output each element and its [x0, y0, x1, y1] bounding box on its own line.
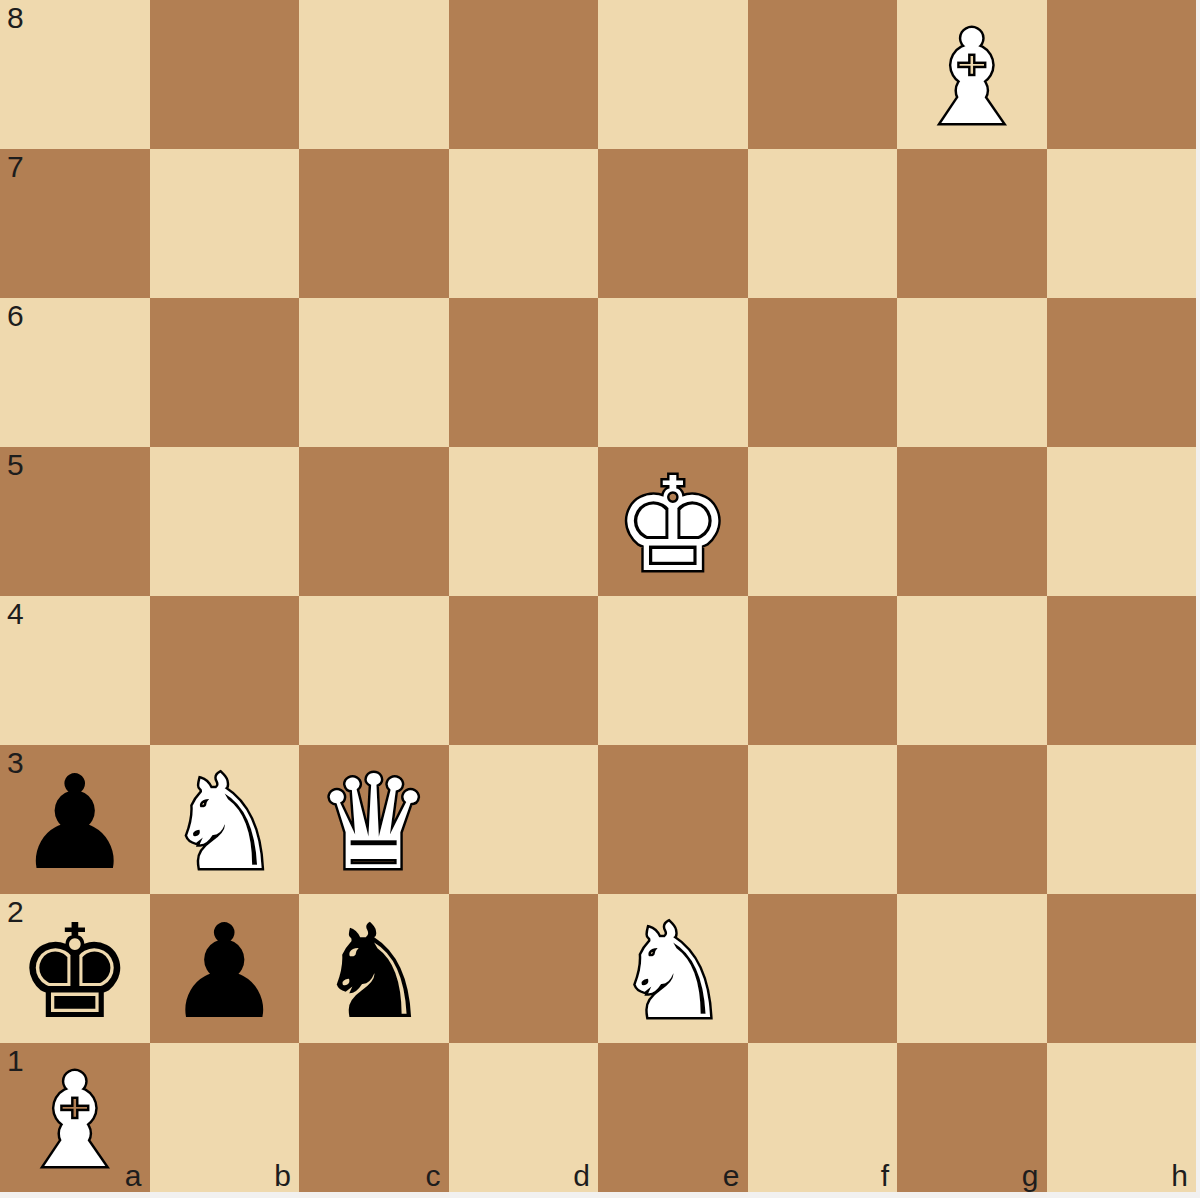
square-f7[interactable] — [748, 149, 898, 298]
square-e2[interactable]: ♞ — [598, 894, 748, 1043]
square-f4[interactable] — [748, 596, 898, 745]
white-queen-c3[interactable]: ♛ — [315, 758, 432, 888]
square-a4[interactable]: 4 — [0, 596, 150, 745]
file-label-c: c — [426, 1161, 441, 1191]
rank-label-4: 4 — [7, 599, 24, 629]
square-d3[interactable] — [449, 745, 599, 894]
rank-label-5: 5 — [7, 450, 24, 480]
square-b1[interactable]: b — [150, 1043, 300, 1192]
square-a6[interactable]: 6 — [0, 298, 150, 447]
square-c5[interactable] — [299, 447, 449, 596]
square-h3[interactable] — [1047, 745, 1197, 894]
square-h2[interactable] — [1047, 894, 1197, 1043]
white-knight-b3[interactable]: ♞ — [166, 758, 283, 888]
square-f3[interactable] — [748, 745, 898, 894]
white-bishop-g8[interactable]: ♝ — [913, 13, 1030, 143]
white-king-e5[interactable]: ♚ — [614, 460, 731, 590]
square-e6[interactable] — [598, 298, 748, 447]
square-a2[interactable]: 2♚ — [0, 894, 150, 1043]
square-g4[interactable] — [897, 596, 1047, 745]
file-label-d: d — [573, 1161, 590, 1191]
square-f6[interactable] — [748, 298, 898, 447]
file-label-e: e — [723, 1161, 740, 1191]
square-b3[interactable]: ♞ — [150, 745, 300, 894]
square-e8[interactable] — [598, 0, 748, 149]
square-a5[interactable]: 5 — [0, 447, 150, 596]
square-b5[interactable] — [150, 447, 300, 596]
chess-board: 8♝765♚43♟♞♛2♚♟♞♞1a♝bcdefgh — [0, 0, 1196, 1192]
square-a8[interactable]: 8 — [0, 0, 150, 149]
rank-label-6: 6 — [7, 301, 24, 331]
square-c7[interactable] — [299, 149, 449, 298]
square-h4[interactable] — [1047, 596, 1197, 745]
white-knight-e2[interactable]: ♞ — [614, 907, 731, 1037]
square-f2[interactable] — [748, 894, 898, 1043]
square-d2[interactable] — [449, 894, 599, 1043]
square-a1[interactable]: 1a♝ — [0, 1043, 150, 1192]
square-d4[interactable] — [449, 596, 599, 745]
square-b7[interactable] — [150, 149, 300, 298]
square-c6[interactable] — [299, 298, 449, 447]
square-h5[interactable] — [1047, 447, 1197, 596]
chess-board-wrapper: 8♝765♚43♟♞♛2♚♟♞♞1a♝bcdefgh — [0, 0, 1200, 1198]
square-c2[interactable]: ♞ — [299, 894, 449, 1043]
square-h6[interactable] — [1047, 298, 1197, 447]
square-b6[interactable] — [150, 298, 300, 447]
square-g2[interactable] — [897, 894, 1047, 1043]
square-a3[interactable]: 3♟ — [0, 745, 150, 894]
square-e1[interactable]: e — [598, 1043, 748, 1192]
black-pawn-a3[interactable]: ♟ — [16, 758, 133, 888]
square-g7[interactable] — [897, 149, 1047, 298]
rank-label-7: 7 — [7, 152, 24, 182]
square-g6[interactable] — [897, 298, 1047, 447]
square-g3[interactable] — [897, 745, 1047, 894]
square-a7[interactable]: 7 — [0, 149, 150, 298]
square-f8[interactable] — [748, 0, 898, 149]
square-h1[interactable]: h — [1047, 1043, 1197, 1192]
square-h8[interactable] — [1047, 0, 1197, 149]
square-g8[interactable]: ♝ — [897, 0, 1047, 149]
square-d7[interactable] — [449, 149, 599, 298]
square-e7[interactable] — [598, 149, 748, 298]
square-c8[interactable] — [299, 0, 449, 149]
square-b2[interactable]: ♟ — [150, 894, 300, 1043]
square-c4[interactable] — [299, 596, 449, 745]
square-g1[interactable]: g — [897, 1043, 1047, 1192]
file-label-f: f — [881, 1161, 889, 1191]
square-h7[interactable] — [1047, 149, 1197, 298]
square-f5[interactable] — [748, 447, 898, 596]
black-pawn-b2[interactable]: ♟ — [166, 907, 283, 1037]
square-c1[interactable]: c — [299, 1043, 449, 1192]
square-e4[interactable] — [598, 596, 748, 745]
file-label-b: b — [274, 1161, 291, 1191]
square-f1[interactable]: f — [748, 1043, 898, 1192]
square-d6[interactable] — [449, 298, 599, 447]
square-g5[interactable] — [897, 447, 1047, 596]
square-b4[interactable] — [150, 596, 300, 745]
square-d8[interactable] — [449, 0, 599, 149]
white-bishop-a1[interactable]: ♝ — [16, 1056, 133, 1186]
black-king-a2[interactable]: ♚ — [16, 907, 133, 1037]
square-b8[interactable] — [150, 0, 300, 149]
black-knight-c2[interactable]: ♞ — [315, 907, 432, 1037]
file-label-g: g — [1022, 1161, 1039, 1191]
file-label-h: h — [1171, 1161, 1188, 1191]
square-e3[interactable] — [598, 745, 748, 894]
square-d5[interactable] — [449, 447, 599, 596]
square-e5[interactable]: ♚ — [598, 447, 748, 596]
square-d1[interactable]: d — [449, 1043, 599, 1192]
square-c3[interactable]: ♛ — [299, 745, 449, 894]
rank-label-8: 8 — [7, 3, 24, 33]
